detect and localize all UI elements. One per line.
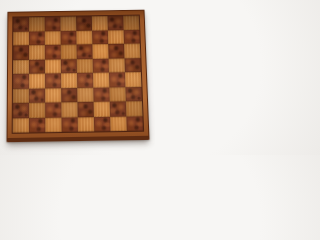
- square-r4c7-light[interactable]: [125, 72, 142, 87]
- square-r2c5-light[interactable]: [92, 44, 108, 58]
- square-r6c7-light[interactable]: [126, 101, 143, 116]
- square-r5c3-dark[interactable]: [61, 87, 77, 102]
- square-r3c4-light[interactable]: [77, 58, 93, 73]
- square-r7c0-light[interactable]: [13, 118, 29, 133]
- square-r6c4-dark[interactable]: [77, 102, 93, 117]
- square-r0c2-dark[interactable]: [45, 17, 61, 31]
- square-r5c6-light[interactable]: [109, 87, 126, 102]
- square-r7c3-dark[interactable]: [61, 117, 77, 132]
- square-r3c7-dark[interactable]: [124, 58, 140, 73]
- square-r2c2-dark[interactable]: [45, 45, 61, 59]
- square-r0c7-light[interactable]: [123, 15, 139, 29]
- square-r7c7-dark[interactable]: [126, 116, 143, 131]
- square-r4c3-light[interactable]: [61, 73, 77, 88]
- square-r7c4-light[interactable]: [78, 117, 95, 132]
- square-r0c1-light[interactable]: [29, 17, 45, 31]
- board-grid: [13, 15, 143, 132]
- square-r3c1-dark[interactable]: [29, 59, 45, 74]
- square-r0c5-light[interactable]: [92, 16, 108, 30]
- board-playing-area: [12, 15, 144, 134]
- square-r0c3-light[interactable]: [60, 16, 76, 30]
- square-r2c0-dark[interactable]: [13, 45, 29, 59]
- square-r2c3-light[interactable]: [61, 44, 77, 58]
- square-r6c3-light[interactable]: [61, 102, 77, 117]
- square-r4c4-dark[interactable]: [77, 73, 93, 88]
- photo-background: [0, 0, 155, 155]
- square-r3c3-dark[interactable]: [61, 59, 77, 74]
- square-r5c2-light[interactable]: [45, 88, 61, 103]
- square-r1c0-light[interactable]: [13, 31, 29, 45]
- square-r0c4-dark[interactable]: [76, 16, 92, 30]
- square-r5c7-dark[interactable]: [125, 86, 142, 101]
- square-r5c4-light[interactable]: [77, 87, 93, 102]
- square-r3c0-light[interactable]: [13, 59, 29, 74]
- square-r5c0-light[interactable]: [13, 88, 29, 103]
- square-r5c5-dark[interactable]: [93, 87, 109, 102]
- square-r5c1-dark[interactable]: [29, 88, 45, 103]
- square-r4c2-dark[interactable]: [45, 73, 61, 88]
- square-r0c0-dark[interactable]: [13, 17, 29, 31]
- square-r6c2-dark[interactable]: [45, 102, 61, 117]
- square-r6c6-dark[interactable]: [110, 101, 127, 116]
- square-r1c1-dark[interactable]: [29, 31, 45, 45]
- square-r1c2-light[interactable]: [45, 31, 61, 45]
- chessboard: [7, 10, 150, 143]
- square-r2c7-light[interactable]: [124, 43, 140, 57]
- square-r1c7-dark[interactable]: [124, 29, 140, 43]
- square-r7c1-dark[interactable]: [29, 117, 45, 132]
- square-r1c5-dark[interactable]: [92, 30, 108, 44]
- square-r4c1-light[interactable]: [29, 74, 45, 89]
- square-r7c2-light[interactable]: [45, 117, 61, 132]
- square-r2c4-dark[interactable]: [77, 44, 93, 58]
- square-r4c5-light[interactable]: [93, 73, 109, 88]
- square-r1c3-dark[interactable]: [61, 30, 77, 44]
- square-r7c6-light[interactable]: [110, 116, 127, 131]
- square-r4c0-dark[interactable]: [13, 74, 29, 89]
- square-r3c5-dark[interactable]: [93, 58, 109, 73]
- square-r6c5-light[interactable]: [94, 102, 111, 117]
- square-r7c5-dark[interactable]: [94, 116, 111, 131]
- square-r1c6-light[interactable]: [108, 30, 124, 44]
- square-r3c2-light[interactable]: [45, 59, 61, 74]
- square-r6c0-dark[interactable]: [13, 103, 29, 118]
- square-r1c4-light[interactable]: [76, 30, 92, 44]
- square-r6c1-light[interactable]: [29, 103, 45, 118]
- square-r3c6-light[interactable]: [109, 58, 125, 73]
- square-r2c6-dark[interactable]: [108, 44, 124, 58]
- square-r4c6-dark[interactable]: [109, 72, 125, 87]
- square-r0c6-dark[interactable]: [107, 16, 123, 30]
- square-r2c1-light[interactable]: [29, 45, 45, 59]
- board-frame: [7, 10, 150, 143]
